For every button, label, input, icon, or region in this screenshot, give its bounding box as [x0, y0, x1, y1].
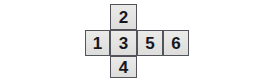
page-background: { "game": "dice-cube-net", "board": { "r…	[0, 0, 278, 84]
net-cell-1: 1	[85, 30, 110, 56]
net-cell-4: 4	[110, 56, 137, 78]
net-cell-2: 2	[110, 4, 137, 30]
net-cell-5: 5	[137, 30, 163, 56]
net-cell-3: 3	[110, 30, 137, 56]
cube-net-board: 213564	[85, 4, 189, 78]
net-cell-6: 6	[163, 30, 189, 56]
